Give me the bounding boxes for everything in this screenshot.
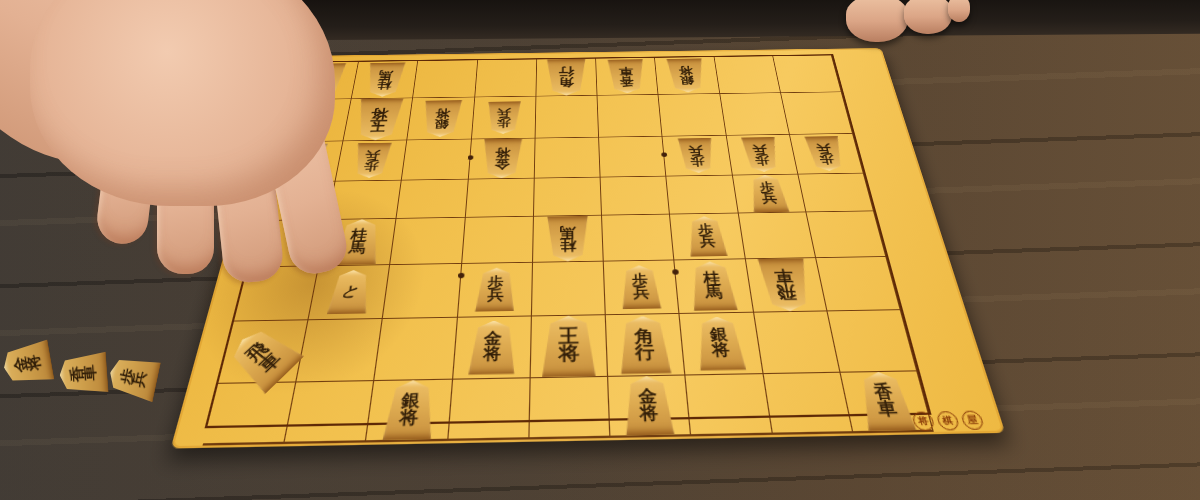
board-square[interactable]: 銀将 (366, 380, 452, 442)
board-square[interactable] (611, 435, 692, 438)
board-square[interactable] (448, 438, 529, 441)
shogi-piece-sente[interactable]: 王将 (540, 315, 597, 377)
piece-kanji: 行 (559, 67, 574, 77)
piece-kanji: 兵 (688, 145, 703, 155)
photo-scene: { "game": "shogi", "scene": { "descripti… (0, 0, 1200, 500)
piece-kanji: 兵 (497, 108, 511, 118)
board-square[interactable] (686, 374, 773, 435)
piece-kanji: 兵 (761, 193, 778, 204)
board-square[interactable] (285, 441, 367, 444)
board-square[interactable] (659, 94, 727, 137)
piece-kanji: 角 (559, 77, 575, 88)
board-square[interactable] (720, 93, 790, 136)
board-square[interactable]: 歩兵 (726, 135, 798, 176)
board-square[interactable] (602, 214, 675, 261)
shogi-piece-gote[interactable]: 歩兵 (804, 136, 848, 171)
board-square[interactable] (601, 176, 671, 215)
right-hand-knuckle (846, 0, 908, 42)
board-square[interactable]: 歩兵 (604, 260, 680, 315)
piece-kanji: 歩 (754, 154, 770, 164)
board-square[interactable] (806, 211, 886, 258)
shogi-piece-gote[interactable]: 歩兵 (486, 101, 522, 134)
board-square[interactable]: 歩兵 (790, 134, 864, 175)
board-square[interactable]: 角行 (606, 314, 686, 377)
shogi-piece-sente[interactable]: 歩兵 (685, 216, 729, 257)
piece-kanji: 将 (678, 66, 693, 75)
star-point (672, 269, 679, 275)
board-square[interactable] (534, 177, 602, 216)
left-hand (0, 0, 490, 370)
board-square[interactable] (816, 257, 901, 311)
piece-kanji: 兵 (699, 236, 716, 248)
board-square[interactable] (763, 373, 853, 434)
piece-kanji: 香 (619, 76, 634, 86)
piece-kanji: 車 (876, 400, 899, 417)
star-point (661, 152, 667, 157)
piece-kanji: 車 (619, 67, 634, 76)
board-square[interactable] (203, 382, 297, 444)
right-hand (838, 0, 968, 48)
board-square[interactable] (599, 137, 666, 178)
piece-kanji: 飛 (776, 284, 797, 299)
board-square[interactable] (853, 431, 934, 434)
board-square[interactable] (598, 95, 663, 138)
shogi-piece-gote[interactable]: 飛車 (756, 258, 815, 311)
board-square[interactable]: 金将 (608, 376, 691, 437)
board-square[interactable] (798, 173, 874, 212)
board-square[interactable]: 桂馬 (675, 259, 754, 314)
board-square[interactable]: 角行 (536, 59, 597, 97)
shogi-piece-gote[interactable]: 銀将 (666, 58, 708, 92)
piece-kanji: 将 (558, 345, 579, 363)
piece-kanji: 桂 (560, 238, 577, 251)
board-square[interactable] (714, 56, 781, 94)
piece-kanji: 車 (773, 270, 794, 285)
piece-kanji: 将 (399, 409, 420, 426)
board-square[interactable] (529, 437, 610, 440)
board-square[interactable] (535, 96, 599, 139)
board-square[interactable]: 歩兵 (732, 174, 806, 213)
shogi-piece-sente[interactable]: 銀将 (381, 380, 438, 440)
board-square[interactable]: 銀将 (680, 313, 763, 376)
shogi-piece-sente[interactable]: 銀将 (693, 316, 747, 370)
board-square[interactable] (532, 262, 606, 317)
piece-kanji: 兵 (816, 143, 833, 153)
board-square[interactable]: 歩兵 (663, 136, 733, 177)
board-square[interactable] (738, 212, 816, 259)
shogi-piece-gote[interactable]: 香車 (607, 59, 647, 93)
board-square[interactable] (448, 378, 531, 440)
board-square[interactable] (772, 432, 853, 435)
board-square[interactable]: 飛車 (745, 258, 827, 313)
shogi-piece-sente[interactable]: 桂馬 (687, 261, 739, 311)
piece-kanji: 将 (494, 147, 510, 158)
shogi-piece-gote[interactable]: 角行 (545, 59, 587, 96)
board-square[interactable] (773, 55, 842, 93)
piece-kanji: 兵 (132, 370, 148, 388)
maker-stamps: 将 棋 屋 (911, 411, 985, 432)
board-square[interactable] (827, 310, 917, 373)
piece-kanji: 行 (635, 344, 656, 361)
piece-kanji: 将 (711, 343, 731, 358)
board-square[interactable] (692, 434, 773, 437)
piece-kanji: 歩 (689, 155, 705, 165)
board-square[interactable] (285, 381, 375, 443)
piece-kanji: 歩 (818, 153, 835, 163)
piece-kanji: 兵 (752, 144, 768, 154)
piece-kanji: 将 (639, 405, 659, 422)
board-square[interactable]: 歩兵 (670, 213, 745, 260)
shogi-piece-gote[interactable]: 歩兵 (677, 138, 717, 173)
right-hand-knuckle (904, 0, 952, 34)
board-square[interactable] (754, 311, 841, 374)
board-square[interactable]: 王将 (531, 315, 609, 378)
board-square[interactable]: 香車 (596, 58, 659, 96)
board-square[interactable]: 銀将 (655, 57, 720, 95)
left-hand-back (30, 0, 335, 206)
shogi-piece-sente[interactable]: 香車 (854, 372, 918, 431)
board-square[interactable]: 桂馬 (533, 216, 604, 263)
board-square[interactable] (203, 443, 285, 446)
piece-kanji: 馬 (704, 285, 723, 299)
shogi-piece-gote[interactable]: 桂馬 (546, 216, 591, 262)
shogi-piece-sente[interactable]: 角行 (617, 316, 673, 374)
maker-stamp: 棋 (935, 411, 960, 431)
shogi-piece-sente[interactable]: 歩兵 (619, 265, 662, 309)
piece-kanji: 馬 (559, 226, 575, 239)
board-square[interactable] (535, 138, 601, 179)
board-square[interactable] (781, 92, 853, 135)
board-square[interactable] (529, 377, 610, 438)
board-square[interactable] (667, 175, 739, 214)
right-hand-knuckle (948, 0, 970, 22)
shogi-piece-sente[interactable]: 歩兵 (747, 175, 791, 213)
maker-stamp: 屋 (960, 411, 986, 431)
piece-kanji: 金 (494, 158, 510, 169)
shogi-piece-gote[interactable]: 歩兵 (740, 137, 782, 172)
piece-kanji: 兵 (633, 287, 650, 300)
board-square[interactable] (366, 440, 448, 443)
shogi-piece-sente[interactable]: 金将 (622, 376, 676, 436)
piece-kanji: 銀 (679, 75, 694, 85)
